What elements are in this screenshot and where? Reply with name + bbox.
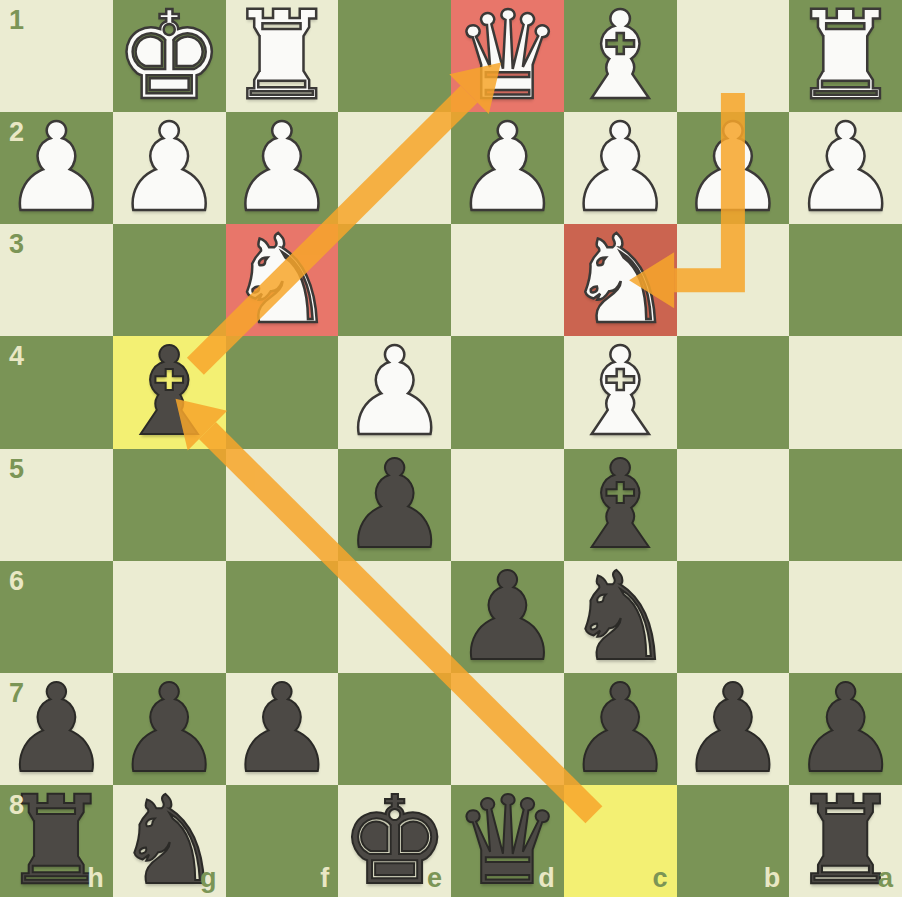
square-e5[interactable]: ♟ <box>338 449 451 561</box>
square-a6[interactable] <box>789 561 902 673</box>
piece-bN-c6[interactable]: ♞ <box>564 561 677 673</box>
piece-wP-b2[interactable]: ♟ <box>677 112 790 224</box>
piece-wP-f2[interactable]: ♟ <box>226 112 339 224</box>
square-h7[interactable]: ♟7 <box>0 673 113 785</box>
square-b5[interactable] <box>677 449 790 561</box>
square-g4[interactable]: ♝ <box>113 336 226 448</box>
file-label-e: e <box>427 863 442 894</box>
square-h8[interactable]: ♜8h <box>0 785 113 897</box>
square-e6[interactable] <box>338 561 451 673</box>
square-b1[interactable] <box>677 0 790 112</box>
square-c8[interactable]: c <box>564 785 677 897</box>
piece-bB-c5[interactable]: ♝ <box>564 449 677 561</box>
square-a1[interactable]: ♜ <box>789 0 902 112</box>
square-g3[interactable] <box>113 224 226 336</box>
piece-wP-c2[interactable]: ♟ <box>564 112 677 224</box>
file-label-f: f <box>320 863 329 894</box>
square-a2[interactable]: ♟ <box>789 112 902 224</box>
rank-label-7: 7 <box>9 678 24 709</box>
rank-label-2: 2 <box>9 117 24 148</box>
square-f5[interactable] <box>226 449 339 561</box>
file-label-g: g <box>200 863 217 894</box>
square-a5[interactable] <box>789 449 902 561</box>
square-f6[interactable] <box>226 561 339 673</box>
square-c7[interactable]: ♟ <box>564 673 677 785</box>
rank-label-1: 1 <box>9 5 24 36</box>
square-h6[interactable]: 6 <box>0 561 113 673</box>
file-label-h: h <box>87 863 104 894</box>
piece-wP-d2[interactable]: ♟ <box>451 112 564 224</box>
square-d4[interactable] <box>451 336 564 448</box>
file-label-c: c <box>652 863 667 894</box>
piece-bP-g7[interactable]: ♟ <box>113 673 226 785</box>
rank-label-4: 4 <box>9 341 24 372</box>
square-g6[interactable] <box>113 561 226 673</box>
square-a3[interactable] <box>789 224 902 336</box>
square-c6[interactable]: ♞ <box>564 561 677 673</box>
square-b6[interactable] <box>677 561 790 673</box>
rank-label-8: 8 <box>9 790 24 821</box>
rank-label-5: 5 <box>9 454 24 485</box>
square-d2[interactable]: ♟ <box>451 112 564 224</box>
piece-wR-a1[interactable]: ♜ <box>789 0 902 112</box>
square-f4[interactable] <box>226 336 339 448</box>
piece-wP-a2[interactable]: ♟ <box>789 112 902 224</box>
piece-wR-f1[interactable]: ♜ <box>226 0 339 112</box>
file-label-d: d <box>538 863 555 894</box>
piece-wK-g1[interactable]: ♚ <box>113 0 226 112</box>
square-h1[interactable]: 1 <box>0 0 113 112</box>
square-c2[interactable]: ♟ <box>564 112 677 224</box>
square-b4[interactable] <box>677 336 790 448</box>
square-d8[interactable]: ♛d <box>451 785 564 897</box>
square-c1[interactable]: ♝ <box>564 0 677 112</box>
square-d6[interactable]: ♟ <box>451 561 564 673</box>
square-e4[interactable]: ♟ <box>338 336 451 448</box>
square-d7[interactable] <box>451 673 564 785</box>
square-g2[interactable]: ♟ <box>113 112 226 224</box>
square-e2[interactable] <box>338 112 451 224</box>
square-h2[interactable]: ♟2 <box>0 112 113 224</box>
square-h5[interactable]: 5 <box>0 449 113 561</box>
piece-wQ-d1[interactable]: ♛ <box>451 0 564 112</box>
square-f7[interactable]: ♟ <box>226 673 339 785</box>
piece-bP-a7[interactable]: ♟ <box>789 673 902 785</box>
piece-wP-e4[interactable]: ♟ <box>338 336 451 448</box>
square-f8[interactable]: f <box>226 785 339 897</box>
square-f3[interactable]: ♞ <box>226 224 339 336</box>
square-e3[interactable] <box>338 224 451 336</box>
piece-bP-c7[interactable]: ♟ <box>564 673 677 785</box>
square-b2[interactable]: ♟ <box>677 112 790 224</box>
rank-label-6: 6 <box>9 566 24 597</box>
square-e1[interactable] <box>338 0 451 112</box>
piece-bP-e5[interactable]: ♟ <box>338 449 451 561</box>
piece-bB-g4[interactable]: ♝ <box>113 336 226 448</box>
piece-wN-c3[interactable]: ♞ <box>564 224 677 336</box>
square-g1[interactable]: ♚ <box>113 0 226 112</box>
square-c4[interactable]: ♝ <box>564 336 677 448</box>
rank-label-3: 3 <box>9 229 24 260</box>
square-a4[interactable] <box>789 336 902 448</box>
square-a7[interactable]: ♟ <box>789 673 902 785</box>
piece-wB-c4[interactable]: ♝ <box>564 336 677 448</box>
square-g5[interactable] <box>113 449 226 561</box>
square-c5[interactable]: ♝ <box>564 449 677 561</box>
file-label-a: a <box>878 863 893 894</box>
square-h3[interactable]: 3 <box>0 224 113 336</box>
square-g7[interactable]: ♟ <box>113 673 226 785</box>
square-h4[interactable]: 4 <box>0 336 113 448</box>
square-a8[interactable]: ♜a <box>789 785 902 897</box>
file-label-b: b <box>764 863 781 894</box>
square-f1[interactable]: ♜ <box>226 0 339 112</box>
square-e8[interactable]: ♚e <box>338 785 451 897</box>
square-e7[interactable] <box>338 673 451 785</box>
square-c3[interactable]: ♞ <box>564 224 677 336</box>
square-b3[interactable] <box>677 224 790 336</box>
chess-board[interactable]: 1♚♜♛♝♜♟2♟♟♟♟♟♟3♞♞4♝♟♝5♟♝6♟♞♟7♟♟♟♟♟♜8h♞gf… <box>0 0 902 897</box>
square-f2[interactable]: ♟ <box>226 112 339 224</box>
piece-bP-f7[interactable]: ♟ <box>226 673 339 785</box>
piece-wP-g2[interactable]: ♟ <box>113 112 226 224</box>
square-d5[interactable] <box>451 449 564 561</box>
piece-wN-f3[interactable]: ♞ <box>226 224 339 336</box>
square-b7[interactable]: ♟ <box>677 673 790 785</box>
piece-bP-d6[interactable]: ♟ <box>451 561 564 673</box>
square-g8[interactable]: ♞g <box>113 785 226 897</box>
square-b8[interactable]: b <box>677 785 790 897</box>
square-d3[interactable] <box>451 224 564 336</box>
piece-wB-c1[interactable]: ♝ <box>564 0 677 112</box>
piece-bP-b7[interactable]: ♟ <box>677 673 790 785</box>
square-d1[interactable]: ♛ <box>451 0 564 112</box>
